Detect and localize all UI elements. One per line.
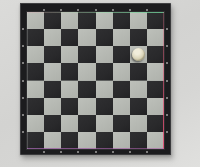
frame-pin-dot <box>77 151 79 153</box>
frame-pin-dot <box>22 45 24 47</box>
frame-pin-dot <box>22 131 24 133</box>
fold-seam-line <box>27 80 164 81</box>
square-d8[interactable] <box>78 12 95 29</box>
square-g7[interactable] <box>130 29 147 46</box>
square-c3[interactable] <box>61 98 78 115</box>
frame-pin-dot <box>60 9 62 11</box>
square-e1[interactable] <box>96 132 113 149</box>
frame-pin-dot <box>166 45 168 47</box>
square-a5[interactable] <box>27 63 44 80</box>
square-c7[interactable] <box>61 29 78 46</box>
square-e8[interactable] <box>96 12 113 29</box>
frame-pin-dot <box>146 151 148 153</box>
square-e4[interactable] <box>96 81 113 98</box>
frame-pin-dot <box>22 62 24 64</box>
square-h4[interactable] <box>147 81 164 98</box>
board-inner <box>27 12 164 149</box>
frame-pin-dot <box>60 151 62 153</box>
square-c8[interactable] <box>61 12 78 29</box>
frame-pin-dot <box>166 62 168 64</box>
wall-background <box>0 0 200 167</box>
frame-pin-dot <box>166 28 168 30</box>
frame-pin-dot <box>43 151 45 153</box>
square-f7[interactable] <box>113 29 130 46</box>
frame-pin-dot <box>166 131 168 133</box>
frame-pin-dot <box>22 80 24 82</box>
square-b5[interactable] <box>44 63 61 80</box>
square-g6[interactable] <box>130 46 147 63</box>
square-f1[interactable] <box>113 132 130 149</box>
square-h2[interactable] <box>147 115 164 132</box>
frame-pin-dot <box>166 97 168 99</box>
frame-pin-dot <box>166 80 168 82</box>
square-g4[interactable] <box>130 81 147 98</box>
frame-pin-dot <box>95 9 97 11</box>
square-h8[interactable] <box>147 12 164 29</box>
square-b4[interactable] <box>44 81 61 98</box>
square-b8[interactable] <box>44 12 61 29</box>
square-g8[interactable] <box>130 12 147 29</box>
square-e5[interactable] <box>96 63 113 80</box>
square-e6[interactable] <box>96 46 113 63</box>
square-a6[interactable] <box>27 46 44 63</box>
square-f4[interactable] <box>113 81 130 98</box>
square-e7[interactable] <box>96 29 113 46</box>
square-e3[interactable] <box>96 98 113 115</box>
square-d1[interactable] <box>78 132 95 149</box>
square-b6[interactable] <box>44 46 61 63</box>
frame-pin-dot <box>112 151 114 153</box>
square-d7[interactable] <box>78 29 95 46</box>
square-d2[interactable] <box>78 115 95 132</box>
square-f2[interactable] <box>113 115 130 132</box>
square-a2[interactable] <box>27 115 44 132</box>
square-f3[interactable] <box>113 98 130 115</box>
frame-pin-dot <box>22 97 24 99</box>
square-d3[interactable] <box>78 98 95 115</box>
frame-pin-dot <box>146 9 148 11</box>
square-h1[interactable] <box>147 132 164 149</box>
frame-pin-dot <box>22 28 24 30</box>
frame-pin-dot <box>22 114 24 116</box>
square-a3[interactable] <box>27 98 44 115</box>
square-b7[interactable] <box>44 29 61 46</box>
square-a1[interactable] <box>27 132 44 149</box>
square-g2[interactable] <box>130 115 147 132</box>
frame-pin-dot <box>166 114 168 116</box>
square-f5[interactable] <box>113 63 130 80</box>
square-d6[interactable] <box>78 46 95 63</box>
frame-pin-dot <box>112 9 114 11</box>
square-d4[interactable] <box>78 81 95 98</box>
frame-pin-dot <box>95 151 97 153</box>
square-h7[interactable] <box>147 29 164 46</box>
square-b2[interactable] <box>44 115 61 132</box>
square-a4[interactable] <box>27 81 44 98</box>
square-g5[interactable] <box>130 63 147 80</box>
white-checker-piece[interactable] <box>132 48 145 61</box>
frame-pin-dot <box>43 9 45 11</box>
square-b1[interactable] <box>44 132 61 149</box>
square-h3[interactable] <box>147 98 164 115</box>
square-g3[interactable] <box>130 98 147 115</box>
square-h6[interactable] <box>147 46 164 63</box>
square-d5[interactable] <box>78 63 95 80</box>
frame-pin-dot <box>77 9 79 11</box>
square-c4[interactable] <box>61 81 78 98</box>
frame-pin-dot <box>129 9 131 11</box>
square-e2[interactable] <box>96 115 113 132</box>
square-a8[interactable] <box>27 12 44 29</box>
square-b3[interactable] <box>44 98 61 115</box>
square-c6[interactable] <box>61 46 78 63</box>
frame-pin-dot <box>129 151 131 153</box>
board-frame <box>20 3 171 155</box>
square-f6[interactable] <box>113 46 130 63</box>
square-h5[interactable] <box>147 63 164 80</box>
square-a7[interactable] <box>27 29 44 46</box>
square-c2[interactable] <box>61 115 78 132</box>
square-g1[interactable] <box>130 132 147 149</box>
square-c5[interactable] <box>61 63 78 80</box>
square-f8[interactable] <box>113 12 130 29</box>
square-c1[interactable] <box>61 132 78 149</box>
